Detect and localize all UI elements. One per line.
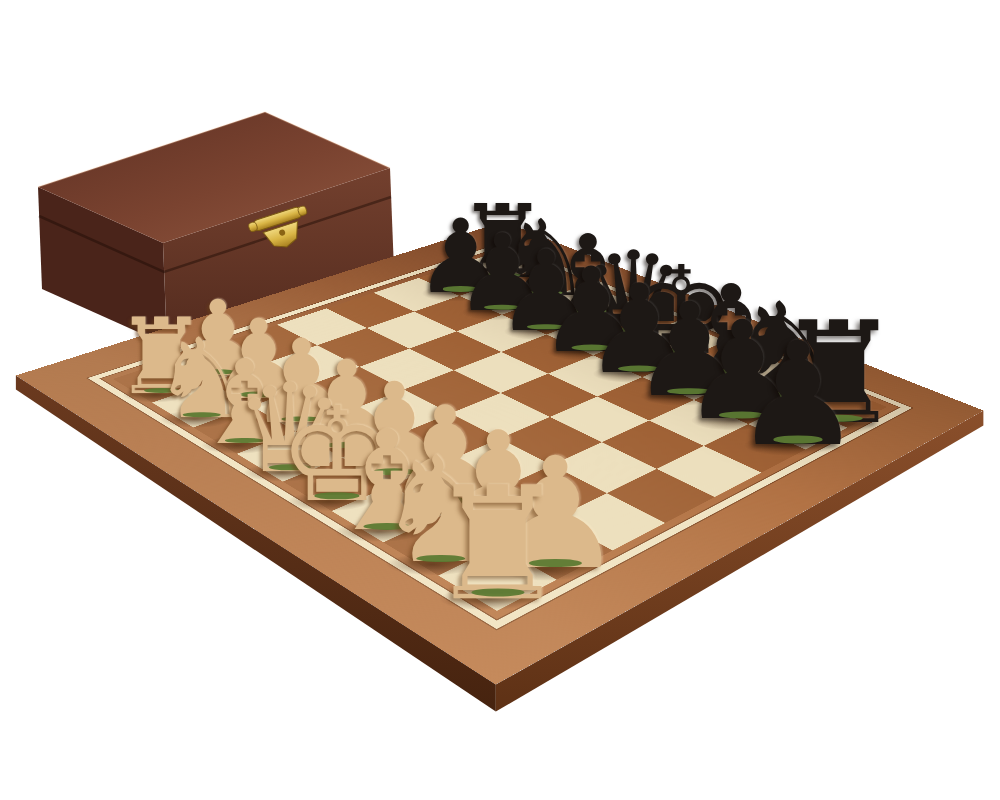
piece-white-rook-h1[interactable]: ♜ — [428, 465, 568, 621]
piece-black-pawn-h7[interactable]: ♟ — [734, 323, 862, 466]
pieces-layer: ♜♞♝♛♚♝♞♜♟♟♟♟♟♟♟♟♟♟♟♟♟♟♟♟♜♞♝♛♚♝♞♜ — [0, 0, 1000, 800]
chess-set-scene: ♜♞♝♛♚♝♞♜♟♟♟♟♟♟♟♟♟♟♟♟♟♟♟♟♜♞♝♛♚♝♞♜ — [0, 0, 1000, 800]
